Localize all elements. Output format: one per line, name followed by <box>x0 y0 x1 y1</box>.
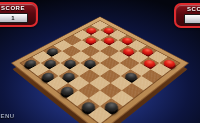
board-square-r3c7[interactable] <box>132 76 153 90</box>
left-score-panel: SCORE 1 <box>0 2 38 27</box>
menu-button[interactable]: MENU <box>0 113 15 119</box>
board-grid <box>21 21 179 123</box>
red-checker[interactable] <box>162 58 178 68</box>
board-square-r6c5[interactable] <box>78 83 100 98</box>
board-square-r3c5[interactable] <box>110 63 130 76</box>
board-square-r6c2[interactable] <box>49 63 69 76</box>
board-square-r1c7[interactable] <box>151 63 171 76</box>
black-checker[interactable] <box>43 58 59 68</box>
checkers-board[interactable] <box>11 16 189 123</box>
board-square-r6c6[interactable] <box>89 90 111 106</box>
game-screen: SCORE 1 SCORE MENU <box>0 0 200 123</box>
board-square-r5c6[interactable] <box>100 83 122 98</box>
left-score-value: 1 <box>0 13 28 23</box>
board-square-r7c2[interactable] <box>38 69 59 83</box>
board-square-r7c7[interactable] <box>88 106 112 123</box>
board-square-r7c4[interactable] <box>56 83 78 98</box>
board-square-r5c3[interactable] <box>70 63 90 76</box>
board-square-r7c3[interactable] <box>47 76 68 90</box>
board-square-r5c4[interactable] <box>79 69 100 83</box>
black-checker[interactable] <box>82 58 98 68</box>
board-square-r6c3[interactable] <box>59 69 80 83</box>
board-square-r2c7[interactable] <box>141 69 162 83</box>
board-square-r6c4[interactable] <box>68 76 89 90</box>
black-checker[interactable] <box>59 85 76 97</box>
board-square-r7c1[interactable] <box>29 63 49 76</box>
board-square-r4c5[interactable] <box>100 69 121 83</box>
right-score-panel: SCORE <box>174 3 200 28</box>
board-square-r4c7[interactable] <box>122 83 144 98</box>
black-checker[interactable] <box>123 71 139 82</box>
board-square-r7c5[interactable] <box>67 90 89 106</box>
board-square-r7c6[interactable] <box>77 98 100 115</box>
board-square-r3c6[interactable] <box>121 69 142 83</box>
board-square-r4c4[interactable] <box>90 63 110 76</box>
black-checker[interactable] <box>61 71 77 82</box>
board-square-r6c7[interactable] <box>100 98 123 115</box>
board-square-r5c7[interactable] <box>111 90 133 106</box>
left-score-label: SCORE <box>0 5 34 12</box>
black-checker[interactable] <box>80 100 98 113</box>
black-checker[interactable] <box>23 58 39 68</box>
black-checker[interactable] <box>102 100 120 113</box>
board-square-r5c5[interactable] <box>89 76 110 90</box>
board-square-r4c6[interactable] <box>111 76 132 90</box>
black-checker[interactable] <box>40 71 56 82</box>
right-score-value <box>184 14 200 24</box>
black-checker[interactable] <box>63 58 79 68</box>
red-checker[interactable] <box>142 58 158 68</box>
board-square-r2c6[interactable] <box>130 63 150 76</box>
right-score-label: SCORE <box>178 6 200 13</box>
